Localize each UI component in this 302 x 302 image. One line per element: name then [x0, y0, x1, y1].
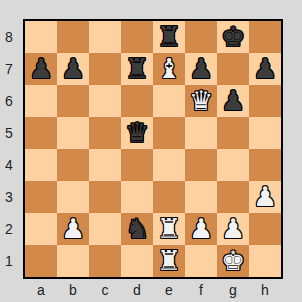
square-h4[interactable]	[249, 149, 281, 181]
square-c1[interactable]	[89, 245, 121, 277]
chess-diagram-page: 87654321 ♜♚♟♟♜♝♟♟♛♟♛♟♟♞♜♟♟♜♚ abcdefgh	[0, 0, 302, 302]
piece-black-knight-d2[interactable]: ♞	[125, 213, 149, 245]
square-f7[interactable]: ♟	[185, 53, 217, 85]
piece-black-pawn-g6[interactable]: ♟	[221, 85, 245, 117]
piece-black-pawn-f7[interactable]: ♟	[189, 53, 213, 85]
rank-label-1: 1	[0, 245, 18, 277]
square-c8[interactable]	[89, 21, 121, 53]
square-a2[interactable]	[25, 213, 57, 245]
square-b5[interactable]	[57, 117, 89, 149]
rank-label-4: 4	[0, 149, 18, 181]
file-label-e: e	[153, 281, 185, 301]
square-d3[interactable]	[121, 181, 153, 213]
chess-board-frame: ♜♚♟♟♜♝♟♟♛♟♛♟♟♞♜♟♟♜♚	[23, 19, 283, 279]
square-e5[interactable]	[153, 117, 185, 149]
square-f5[interactable]	[185, 117, 217, 149]
square-d5[interactable]: ♛	[121, 117, 153, 149]
square-d7[interactable]: ♜	[121, 53, 153, 85]
square-a6[interactable]	[25, 85, 57, 117]
square-h6[interactable]	[249, 85, 281, 117]
square-c2[interactable]	[89, 213, 121, 245]
file-label-h: h	[249, 281, 281, 301]
square-g1[interactable]: ♚	[217, 245, 249, 277]
file-label-c: c	[89, 281, 121, 301]
piece-black-pawn-a7[interactable]: ♟	[29, 53, 53, 85]
piece-black-pawn-b7[interactable]: ♟	[61, 53, 85, 85]
square-a1[interactable]	[25, 245, 57, 277]
piece-black-king-g8[interactable]: ♚	[221, 21, 245, 53]
square-g5[interactable]	[217, 117, 249, 149]
file-label-a: a	[25, 281, 57, 301]
square-g6[interactable]: ♟	[217, 85, 249, 117]
piece-white-queen-f6[interactable]: ♛	[189, 85, 213, 117]
square-h8[interactable]	[249, 21, 281, 53]
file-label-d: d	[121, 281, 153, 301]
square-b7[interactable]: ♟	[57, 53, 89, 85]
piece-white-bishop-e7[interactable]: ♝	[157, 53, 181, 85]
square-f8[interactable]	[185, 21, 217, 53]
square-e6[interactable]	[153, 85, 185, 117]
square-f1[interactable]	[185, 245, 217, 277]
square-h5[interactable]	[249, 117, 281, 149]
square-d2[interactable]: ♞	[121, 213, 153, 245]
square-h3[interactable]: ♟	[249, 181, 281, 213]
square-f3[interactable]	[185, 181, 217, 213]
chess-board: ♜♚♟♟♜♝♟♟♛♟♛♟♟♞♜♟♟♜♚	[25, 21, 281, 277]
square-h2[interactable]	[249, 213, 281, 245]
piece-black-queen-d5[interactable]: ♛	[125, 117, 149, 149]
square-e2[interactable]: ♜	[153, 213, 185, 245]
square-a8[interactable]	[25, 21, 57, 53]
square-f2[interactable]: ♟	[185, 213, 217, 245]
piece-black-pawn-h7[interactable]: ♟	[253, 53, 277, 85]
square-c4[interactable]	[89, 149, 121, 181]
square-b6[interactable]	[57, 85, 89, 117]
square-c3[interactable]	[89, 181, 121, 213]
piece-white-rook-e1[interactable]: ♜	[157, 245, 181, 277]
square-a3[interactable]	[25, 181, 57, 213]
square-g4[interactable]	[217, 149, 249, 181]
square-c6[interactable]	[89, 85, 121, 117]
rank-label-7: 7	[0, 53, 18, 85]
square-g7[interactable]	[217, 53, 249, 85]
file-label-g: g	[217, 281, 249, 301]
piece-white-rook-e2[interactable]: ♜	[157, 213, 181, 245]
rank-label-8: 8	[0, 21, 18, 53]
square-d8[interactable]	[121, 21, 153, 53]
square-b1[interactable]	[57, 245, 89, 277]
rank-label-6: 6	[0, 85, 18, 117]
square-c7[interactable]	[89, 53, 121, 85]
square-f6[interactable]: ♛	[185, 85, 217, 117]
square-h7[interactable]: ♟	[249, 53, 281, 85]
rank-label-2: 2	[0, 213, 18, 245]
rank-label-3: 3	[0, 181, 18, 213]
square-e8[interactable]: ♜	[153, 21, 185, 53]
file-label-b: b	[57, 281, 89, 301]
square-e4[interactable]	[153, 149, 185, 181]
square-b3[interactable]	[57, 181, 89, 213]
square-g2[interactable]: ♟	[217, 213, 249, 245]
square-b8[interactable]	[57, 21, 89, 53]
square-a4[interactable]	[25, 149, 57, 181]
square-e3[interactable]	[153, 181, 185, 213]
square-b2[interactable]: ♟	[57, 213, 89, 245]
square-e7[interactable]: ♝	[153, 53, 185, 85]
square-f4[interactable]	[185, 149, 217, 181]
piece-white-pawn-f2[interactable]: ♟	[189, 213, 213, 245]
piece-white-pawn-g2[interactable]: ♟	[221, 213, 245, 245]
square-c5[interactable]	[89, 117, 121, 149]
file-label-f: f	[185, 281, 217, 301]
square-a7[interactable]: ♟	[25, 53, 57, 85]
square-b4[interactable]	[57, 149, 89, 181]
square-d6[interactable]	[121, 85, 153, 117]
piece-white-pawn-h3[interactable]: ♟	[253, 181, 277, 213]
square-a5[interactable]	[25, 117, 57, 149]
square-d1[interactable]	[121, 245, 153, 277]
square-g3[interactable]	[217, 181, 249, 213]
square-g8[interactable]: ♚	[217, 21, 249, 53]
piece-white-king-g1[interactable]: ♚	[221, 245, 245, 277]
piece-black-rook-d7[interactable]: ♜	[125, 53, 149, 85]
piece-white-pawn-b2[interactable]: ♟	[61, 213, 85, 245]
square-h1[interactable]	[249, 245, 281, 277]
piece-black-rook-e8[interactable]: ♜	[157, 21, 181, 53]
square-e1[interactable]: ♜	[153, 245, 185, 277]
square-d4[interactable]	[121, 149, 153, 181]
rank-label-5: 5	[0, 117, 18, 149]
